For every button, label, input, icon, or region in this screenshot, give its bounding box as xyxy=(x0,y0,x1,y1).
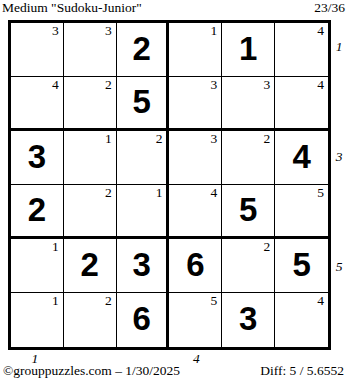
corner-mark: 2 xyxy=(105,294,112,308)
corner-mark: 3 xyxy=(263,78,270,92)
given-digit: 6 xyxy=(186,248,204,281)
cell-r6c5[interactable]: 3 xyxy=(222,293,275,347)
cell-r2c4[interactable]: 3 xyxy=(169,77,222,131)
cell-r1c1[interactable]: 3 xyxy=(11,23,64,77)
corner-mark: 1 xyxy=(156,186,163,200)
cell-r2c5[interactable]: 3 xyxy=(222,77,275,131)
cell-r6c4[interactable]: 5 xyxy=(169,293,222,347)
cell-r2c1[interactable]: 4 xyxy=(11,77,64,131)
col-label-1: 1 xyxy=(27,352,43,366)
cell-r2c6[interactable]: 4 xyxy=(275,77,328,131)
puzzle-page: Medium "Sudoku-Junior" 23/36 33211442533… xyxy=(0,0,347,381)
cell-r1c2[interactable]: 3 xyxy=(64,23,117,77)
given-digit: 6 xyxy=(132,302,150,335)
cell-r1c5[interactable]: 1 xyxy=(222,23,275,77)
cell-r4c6[interactable]: 5 xyxy=(275,185,328,239)
given-digit: 5 xyxy=(292,248,310,281)
cell-r3c4[interactable]: 3 xyxy=(169,131,222,185)
page-title: Medium "Sudoku-Junior" xyxy=(2,0,142,16)
corner-mark: 1 xyxy=(105,132,112,146)
given-digit: 5 xyxy=(132,85,150,118)
cell-r2c2[interactable]: 2 xyxy=(64,77,117,131)
cell-r4c3[interactable]: 1 xyxy=(117,185,170,239)
corner-mark: 4 xyxy=(317,78,324,92)
cell-r3c1[interactable]: 3 xyxy=(11,131,64,185)
cell-r3c5[interactable]: 2 xyxy=(222,131,275,185)
given-digit: 4 xyxy=(292,140,310,173)
cell-r1c4[interactable]: 1 xyxy=(169,23,222,77)
cell-r4c5[interactable]: 5 xyxy=(222,185,275,239)
corner-mark: 3 xyxy=(52,24,59,38)
cell-r4c4[interactable]: 4 xyxy=(169,185,222,239)
cell-r6c6[interactable]: 4 xyxy=(275,293,328,347)
cell-r1c6[interactable]: 4 xyxy=(275,23,328,77)
corner-mark: 4 xyxy=(211,186,218,200)
corner-mark: 3 xyxy=(211,132,218,146)
corner-mark: 4 xyxy=(317,294,324,308)
given-digit: 3 xyxy=(28,140,46,173)
cell-r3c2[interactable]: 1 xyxy=(64,131,117,185)
corner-mark: 1 xyxy=(52,240,59,254)
corner-mark: 5 xyxy=(317,186,324,200)
given-digit: 1 xyxy=(239,32,257,65)
col-label-4: 4 xyxy=(188,352,204,366)
corner-mark: 4 xyxy=(317,24,324,38)
cell-r6c2[interactable]: 2 xyxy=(64,293,117,347)
cell-r5c2[interactable]: 2 xyxy=(64,239,117,293)
corner-mark: 3 xyxy=(105,24,112,38)
cell-r2c3[interactable]: 5 xyxy=(117,77,170,131)
row-label-1: 1 xyxy=(333,40,345,54)
corner-mark: 2 xyxy=(105,186,112,200)
corner-mark: 1 xyxy=(52,294,59,308)
given-digit: 2 xyxy=(132,32,150,65)
cell-r5c3[interactable]: 3 xyxy=(117,239,170,293)
cell-r4c1[interactable]: 2 xyxy=(11,185,64,239)
given-digit: 3 xyxy=(239,302,257,335)
corner-mark: 2 xyxy=(263,240,270,254)
cell-r4c2[interactable]: 2 xyxy=(64,185,117,239)
corner-mark: 2 xyxy=(105,78,112,92)
sudoku-grid: 332114425334312324221455123625126534 xyxy=(8,20,331,350)
cell-r1c3[interactable]: 2 xyxy=(117,23,170,77)
cell-r6c3[interactable]: 6 xyxy=(117,293,170,347)
corner-mark: 4 xyxy=(52,78,59,92)
progress-counter: 23/36 xyxy=(314,0,345,16)
given-digit: 2 xyxy=(81,248,99,281)
cell-r3c3[interactable]: 2 xyxy=(117,131,170,185)
cell-r6c1[interactable]: 1 xyxy=(11,293,64,347)
row-label-3: 3 xyxy=(333,150,345,164)
corner-mark: 3 xyxy=(211,78,218,92)
cell-r5c6[interactable]: 5 xyxy=(275,239,328,293)
corner-mark: 5 xyxy=(211,294,218,308)
given-digit: 3 xyxy=(132,248,150,281)
given-digit: 5 xyxy=(239,193,257,226)
corner-mark: 2 xyxy=(263,132,270,146)
cell-r5c4[interactable]: 6 xyxy=(169,239,222,293)
difficulty-text: Diff: 5 / 5.6552 xyxy=(260,363,344,379)
cell-r3c6[interactable]: 4 xyxy=(275,131,328,185)
row-label-5: 5 xyxy=(333,260,345,274)
cell-r5c5[interactable]: 2 xyxy=(222,239,275,293)
corner-mark: 1 xyxy=(211,24,218,38)
cell-r5c1[interactable]: 1 xyxy=(11,239,64,293)
corner-mark: 2 xyxy=(156,132,163,146)
given-digit: 2 xyxy=(28,193,46,226)
